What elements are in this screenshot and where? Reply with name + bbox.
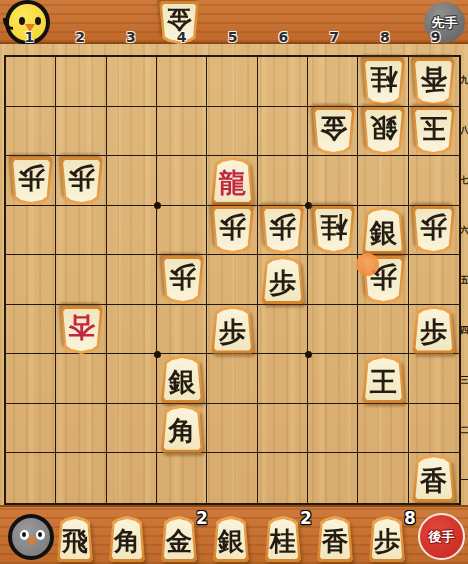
piece-glyph: 香 bbox=[411, 454, 456, 502]
piece-glyph: 金 bbox=[311, 107, 356, 155]
board-square-1三[interactable] bbox=[6, 354, 56, 404]
board-square-1八[interactable] bbox=[6, 107, 56, 157]
piece-glyph: 玉 bbox=[411, 107, 456, 155]
rank-label: 五 bbox=[461, 255, 468, 305]
piece-glyph: 歩 bbox=[210, 306, 255, 354]
board-square-3五[interactable] bbox=[107, 255, 157, 305]
piece-gote-8三[interactable]: 王 bbox=[361, 355, 406, 403]
piece-sente-6六[interactable]: 歩 bbox=[260, 206, 305, 254]
piece-glyph: 角 bbox=[108, 516, 146, 562]
board-square-7四[interactable] bbox=[308, 305, 358, 355]
board-square-3八[interactable] bbox=[107, 107, 157, 157]
hand-piece-gote-角[interactable]: 角 bbox=[108, 516, 146, 562]
piece-glyph: 歩 bbox=[260, 206, 305, 254]
board-square-9二[interactable] bbox=[409, 404, 459, 454]
piece-sente-9六[interactable]: 歩 bbox=[411, 206, 456, 254]
rank-label: 九 bbox=[461, 55, 468, 105]
board-square-5九[interactable] bbox=[207, 57, 257, 107]
hoshi-dot bbox=[154, 202, 161, 209]
piece-gote-9四[interactable]: 歩 bbox=[411, 306, 456, 354]
board-square-3二[interactable] bbox=[107, 404, 157, 454]
file-label: 6 bbox=[258, 29, 309, 45]
board-square-2三[interactable] bbox=[56, 354, 106, 404]
board-square-6七[interactable] bbox=[258, 156, 308, 206]
piece-gote-4二[interactable]: 角 bbox=[160, 405, 205, 453]
piece-glyph: 歩 bbox=[210, 206, 255, 254]
piece-glyph: 杏 bbox=[59, 306, 104, 354]
board-square-5三[interactable] bbox=[207, 354, 257, 404]
last-move-marker bbox=[356, 253, 379, 276]
piece-sente-5六[interactable]: 歩 bbox=[210, 206, 255, 254]
file-label: 9 bbox=[410, 29, 461, 45]
board-square-8二[interactable] bbox=[358, 404, 408, 454]
piece-glyph: 桂 bbox=[264, 516, 302, 562]
board-square-3六[interactable] bbox=[107, 206, 157, 256]
board-square-1四[interactable] bbox=[6, 305, 56, 355]
board-square-1一[interactable] bbox=[6, 453, 56, 503]
piece-sente-4五[interactable]: 歩 bbox=[160, 256, 205, 304]
board-square-3一[interactable] bbox=[107, 453, 157, 503]
bottom-player-turn-badge: 後手 bbox=[418, 513, 465, 560]
hand-piece-gote-香[interactable]: 香 bbox=[316, 516, 354, 562]
hand-count: 2 bbox=[196, 508, 208, 528]
bottom-player-avatar bbox=[8, 514, 54, 560]
piece-glyph: 龍 bbox=[210, 157, 255, 205]
board-square-8一[interactable] bbox=[358, 453, 408, 503]
avatar-eye-icon bbox=[35, 17, 41, 25]
board-square-7九[interactable] bbox=[308, 57, 358, 107]
board-square-8七[interactable] bbox=[358, 156, 408, 206]
piece-glyph: 金 bbox=[160, 516, 198, 562]
board-square-6一[interactable] bbox=[258, 453, 308, 503]
piece-sente-9九[interactable]: 香 bbox=[411, 58, 456, 106]
piece-sente-7八[interactable]: 金 bbox=[311, 107, 356, 155]
board-square-3三[interactable] bbox=[107, 354, 157, 404]
board-square-7三[interactable] bbox=[308, 354, 358, 404]
board-square-2一[interactable] bbox=[56, 453, 106, 503]
piece-glyph: 銀 bbox=[361, 206, 406, 254]
rank-label: 一 bbox=[461, 455, 468, 505]
bottom-player-bar: 飛角金2銀桂2香歩8 後手 bbox=[0, 505, 468, 564]
board-square-7七[interactable] bbox=[308, 156, 358, 206]
piece-glyph: 歩 bbox=[260, 256, 305, 304]
rank-label: 八 bbox=[461, 105, 468, 155]
piece-glyph: 香 bbox=[316, 516, 354, 562]
piece-glyph: 歩 bbox=[9, 157, 54, 205]
file-label: 2 bbox=[55, 29, 106, 45]
board-square-7一[interactable] bbox=[308, 453, 358, 503]
rank-label: 二 bbox=[461, 405, 468, 455]
file-label: 8 bbox=[359, 29, 410, 45]
avatar-beak-icon bbox=[27, 538, 37, 546]
board-region: 123456789 桂香金銀玉歩歩龍歩歩桂銀歩歩歩歩杏歩歩銀王角香 九八七六五四… bbox=[0, 44, 468, 505]
piece-sente-2四[interactable]: 杏 bbox=[59, 306, 104, 354]
board-square-3七[interactable] bbox=[107, 156, 157, 206]
hand-count: 8 bbox=[404, 508, 416, 528]
board-square-9三[interactable] bbox=[409, 354, 459, 404]
file-labels: 123456789 bbox=[4, 29, 461, 45]
hand-piece-gote-金[interactable]: 金 bbox=[160, 516, 198, 562]
board-square-8四[interactable] bbox=[358, 305, 408, 355]
piece-gote-8六[interactable]: 銀 bbox=[361, 206, 406, 254]
piece-sente-9八[interactable]: 玉 bbox=[411, 107, 456, 155]
board-square-1六[interactable] bbox=[6, 206, 56, 256]
rank-labels: 九八七六五四三二一 bbox=[461, 55, 468, 505]
board-square-7二[interactable] bbox=[308, 404, 358, 454]
rank-label: 三 bbox=[461, 355, 468, 405]
piece-glyph: 歩 bbox=[160, 256, 205, 304]
piece-gote-9一[interactable]: 香 bbox=[411, 454, 456, 502]
piece-glyph: 桂 bbox=[311, 206, 356, 254]
hand-piece-gote-桂[interactable]: 桂 bbox=[264, 516, 302, 562]
piece-glyph: 歩 bbox=[59, 157, 104, 205]
shogi-board: 桂香金銀玉歩歩龍歩歩桂銀歩歩歩歩杏歩歩銀王角香 bbox=[4, 55, 461, 505]
board-square-2二[interactable] bbox=[56, 404, 106, 454]
hoshi-dot bbox=[305, 351, 312, 358]
board-square-5二[interactable] bbox=[207, 404, 257, 454]
piece-glyph: 角 bbox=[160, 405, 205, 453]
piece-sente-2七[interactable]: 歩 bbox=[59, 157, 104, 205]
file-label: 5 bbox=[207, 29, 258, 45]
board-square-3九[interactable] bbox=[107, 57, 157, 107]
piece-glyph: 桂 bbox=[361, 58, 406, 106]
board-square-3四[interactable] bbox=[107, 305, 157, 355]
board-square-2九[interactable] bbox=[56, 57, 106, 107]
board-square-4九[interactable] bbox=[157, 57, 207, 107]
rank-label: 四 bbox=[461, 305, 468, 355]
file-label: 7 bbox=[309, 29, 360, 45]
file-label: 4 bbox=[156, 29, 207, 45]
avatar-eye-icon bbox=[36, 530, 45, 540]
board-square-9五[interactable] bbox=[409, 255, 459, 305]
hand-piece-gote-飛[interactable]: 飛 bbox=[56, 516, 94, 562]
rank-label: 七 bbox=[461, 155, 468, 205]
board-square-4七[interactable] bbox=[157, 156, 207, 206]
board-square-1五[interactable] bbox=[6, 255, 56, 305]
piece-glyph: 銀 bbox=[160, 355, 205, 403]
board-square-4四[interactable] bbox=[157, 305, 207, 355]
piece-glyph: 王 bbox=[361, 355, 406, 403]
hand-piece-gote-歩[interactable]: 歩 bbox=[368, 516, 406, 562]
board-square-4六[interactable] bbox=[157, 206, 207, 256]
board-square-5八[interactable] bbox=[207, 107, 257, 157]
board-square-2五[interactable] bbox=[56, 255, 106, 305]
board-square-6二[interactable] bbox=[258, 404, 308, 454]
board-square-9七[interactable] bbox=[409, 156, 459, 206]
board-square-6八[interactable] bbox=[258, 107, 308, 157]
piece-glyph: 銀 bbox=[361, 107, 406, 155]
board-square-6九[interactable] bbox=[258, 57, 308, 107]
piece-sente-8九[interactable]: 桂 bbox=[361, 58, 406, 106]
piece-gote-5七[interactable]: 龍 bbox=[210, 157, 255, 205]
board-square-4一[interactable] bbox=[157, 453, 207, 503]
file-label: 1 bbox=[4, 29, 55, 45]
piece-gote-6五[interactable]: 歩 bbox=[260, 256, 305, 304]
board-square-5一[interactable] bbox=[207, 453, 257, 503]
piece-glyph: 歩 bbox=[411, 206, 456, 254]
piece-gote-4三[interactable]: 銀 bbox=[160, 355, 205, 403]
piece-glyph: 歩 bbox=[411, 306, 456, 354]
piece-sente-8八[interactable]: 銀 bbox=[361, 107, 406, 155]
board-square-5五[interactable] bbox=[207, 255, 257, 305]
piece-glyph: 銀 bbox=[212, 516, 250, 562]
piece-sente-7六[interactable]: 桂 bbox=[311, 206, 356, 254]
shogi-app: 金 先手 123456789 桂香金銀玉歩歩龍歩歩桂銀歩歩歩歩杏歩歩銀王角香 九… bbox=[0, 0, 468, 564]
board-square-7五[interactable] bbox=[308, 255, 358, 305]
piece-gote-5四[interactable]: 歩 bbox=[210, 306, 255, 354]
piece-glyph: 歩 bbox=[368, 516, 406, 562]
piece-glyph: 香 bbox=[411, 58, 456, 106]
piece-sente-1七[interactable]: 歩 bbox=[9, 157, 54, 205]
board-square-2六[interactable] bbox=[56, 206, 106, 256]
board-square-2八[interactable] bbox=[56, 107, 106, 157]
board-square-1二[interactable] bbox=[6, 404, 56, 454]
hand-piece-gote-銀[interactable]: 銀 bbox=[212, 516, 250, 562]
board-square-6四[interactable] bbox=[258, 305, 308, 355]
hand-count: 2 bbox=[300, 508, 312, 528]
board-square-6三[interactable] bbox=[258, 354, 308, 404]
board-square-4八[interactable] bbox=[157, 107, 207, 157]
file-label: 3 bbox=[106, 29, 157, 45]
piece-glyph: 飛 bbox=[56, 516, 94, 562]
board-square-1九[interactable] bbox=[6, 57, 56, 107]
rank-label: 六 bbox=[461, 205, 468, 255]
